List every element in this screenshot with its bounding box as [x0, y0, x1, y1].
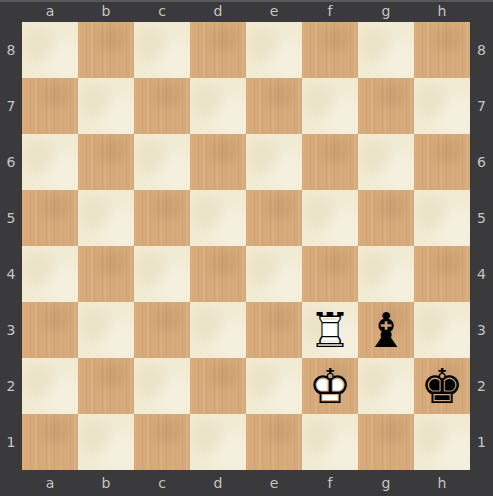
rank-label-left-6: 6	[0, 134, 22, 190]
file-label-bottom-e: e	[246, 470, 302, 496]
square-b2[interactable]	[78, 358, 134, 414]
rank-labels-left: 87654321	[0, 22, 22, 470]
square-h3[interactable]	[414, 302, 470, 358]
square-f8[interactable]	[302, 22, 358, 78]
square-d5[interactable]	[190, 190, 246, 246]
piece-outline-glyph: ♖	[302, 302, 358, 358]
square-a7[interactable]	[22, 78, 78, 134]
square-h8[interactable]	[414, 22, 470, 78]
square-e6[interactable]	[246, 134, 302, 190]
rank-label-left-8: 8	[0, 22, 22, 78]
square-b8[interactable]	[78, 22, 134, 78]
file-label-bottom-d: d	[190, 470, 246, 496]
chess-board-window: abcdefgh 87654321 ♜♖♝♚♔♚ 87654321 abcdef…	[0, 0, 493, 496]
square-c1[interactable]	[134, 414, 190, 470]
file-label-top-a: a	[22, 0, 78, 22]
square-g7[interactable]	[358, 78, 414, 134]
square-e7[interactable]	[246, 78, 302, 134]
square-a8[interactable]	[22, 22, 78, 78]
rank-label-left-3: 3	[0, 302, 22, 358]
rank-label-right-1: 1	[470, 414, 493, 470]
square-b4[interactable]	[78, 246, 134, 302]
square-g5[interactable]	[358, 190, 414, 246]
square-d3[interactable]	[190, 302, 246, 358]
square-b6[interactable]	[78, 134, 134, 190]
square-d6[interactable]	[190, 134, 246, 190]
square-c5[interactable]	[134, 190, 190, 246]
black-bishop-g3[interactable]: ♝	[358, 302, 414, 358]
square-a6[interactable]	[22, 134, 78, 190]
file-labels-top: abcdefgh	[22, 0, 470, 22]
rank-label-right-4: 4	[470, 246, 493, 302]
square-h4[interactable]	[414, 246, 470, 302]
file-label-top-f: f	[302, 0, 358, 22]
chess-board: ♜♖♝♚♔♚	[22, 22, 470, 470]
square-b1[interactable]	[78, 414, 134, 470]
file-labels-bottom: abcdefgh	[22, 470, 470, 496]
rank-label-right-5: 5	[470, 190, 493, 246]
square-g2[interactable]	[358, 358, 414, 414]
square-c2[interactable]	[134, 358, 190, 414]
square-h7[interactable]	[414, 78, 470, 134]
square-e8[interactable]	[246, 22, 302, 78]
square-c6[interactable]	[134, 134, 190, 190]
square-e5[interactable]	[246, 190, 302, 246]
rank-label-right-2: 2	[470, 358, 493, 414]
square-a4[interactable]	[22, 246, 78, 302]
square-c8[interactable]	[134, 22, 190, 78]
square-h2[interactable]: ♚	[414, 358, 470, 414]
rank-label-left-1: 1	[0, 414, 22, 470]
rank-label-right-3: 3	[470, 302, 493, 358]
square-g4[interactable]	[358, 246, 414, 302]
square-d4[interactable]	[190, 246, 246, 302]
square-f1[interactable]	[302, 414, 358, 470]
file-label-bottom-h: h	[414, 470, 470, 496]
rank-label-right-8: 8	[470, 22, 493, 78]
file-label-top-b: b	[78, 0, 134, 22]
square-g6[interactable]	[358, 134, 414, 190]
square-g1[interactable]	[358, 414, 414, 470]
square-e3[interactable]	[246, 302, 302, 358]
square-a1[interactable]	[22, 414, 78, 470]
square-b7[interactable]	[78, 78, 134, 134]
square-f6[interactable]	[302, 134, 358, 190]
rank-label-right-7: 7	[470, 78, 493, 134]
file-label-top-d: d	[190, 0, 246, 22]
square-a3[interactable]	[22, 302, 78, 358]
square-h6[interactable]	[414, 134, 470, 190]
file-label-bottom-f: f	[302, 470, 358, 496]
square-a5[interactable]	[22, 190, 78, 246]
square-d1[interactable]	[190, 414, 246, 470]
square-h5[interactable]	[414, 190, 470, 246]
square-f7[interactable]	[302, 78, 358, 134]
file-label-top-c: c	[134, 0, 190, 22]
rank-labels-right: 87654321	[470, 22, 493, 470]
file-label-top-h: h	[414, 0, 470, 22]
square-e4[interactable]	[246, 246, 302, 302]
square-c7[interactable]	[134, 78, 190, 134]
piece-outline-glyph: ♔	[302, 358, 358, 414]
square-c3[interactable]	[134, 302, 190, 358]
square-b5[interactable]	[78, 190, 134, 246]
square-e1[interactable]	[246, 414, 302, 470]
rank-label-right-6: 6	[470, 134, 493, 190]
square-f3[interactable]: ♜♖	[302, 302, 358, 358]
square-g3[interactable]: ♝	[358, 302, 414, 358]
square-b3[interactable]	[78, 302, 134, 358]
file-label-top-e: e	[246, 0, 302, 22]
rank-label-left-7: 7	[0, 78, 22, 134]
square-a2[interactable]	[22, 358, 78, 414]
white-king-f2[interactable]: ♚♔	[302, 358, 358, 414]
square-d2[interactable]	[190, 358, 246, 414]
square-g8[interactable]	[358, 22, 414, 78]
file-label-bottom-c: c	[134, 470, 190, 496]
square-d8[interactable]	[190, 22, 246, 78]
rank-label-left-4: 4	[0, 246, 22, 302]
file-label-bottom-g: g	[358, 470, 414, 496]
square-f2[interactable]: ♚♔	[302, 358, 358, 414]
file-label-bottom-a: a	[22, 470, 78, 496]
file-label-top-g: g	[358, 0, 414, 22]
rank-label-left-2: 2	[0, 358, 22, 414]
white-rook-f3[interactable]: ♜♖	[302, 302, 358, 358]
square-d7[interactable]	[190, 78, 246, 134]
square-c4[interactable]	[134, 246, 190, 302]
rank-label-left-5: 5	[0, 190, 22, 246]
square-h1[interactable]	[414, 414, 470, 470]
file-label-bottom-b: b	[78, 470, 134, 496]
black-king-h2[interactable]: ♚	[414, 358, 470, 414]
square-f5[interactable]	[302, 190, 358, 246]
square-f4[interactable]	[302, 246, 358, 302]
square-e2[interactable]	[246, 358, 302, 414]
